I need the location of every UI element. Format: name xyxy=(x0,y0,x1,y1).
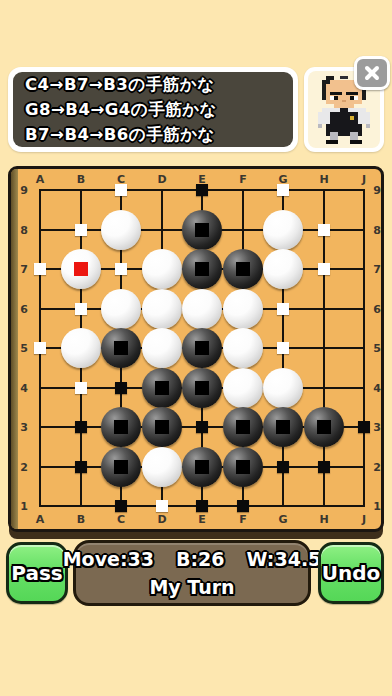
column-label-B: B xyxy=(77,174,85,185)
white-stone xyxy=(142,447,182,487)
black-stone-mark xyxy=(114,420,128,434)
row-label-8: 8 xyxy=(20,225,28,236)
column-label-F: F xyxy=(239,174,247,185)
black-stone-mark xyxy=(195,262,209,276)
column-label-C: C xyxy=(117,174,125,185)
white-stone xyxy=(101,210,141,250)
black-stone-mark xyxy=(236,262,250,276)
hint-line-2: G8→B4→G4の手筋かな xyxy=(25,97,293,122)
column-label-G: G xyxy=(278,514,287,525)
column-label-E: E xyxy=(198,514,206,525)
black-score: B:26 xyxy=(176,546,225,573)
close-button[interactable] xyxy=(354,56,390,90)
white-territory-mark xyxy=(75,303,87,315)
column-label-A: A xyxy=(36,514,45,525)
row-label-4: 4 xyxy=(20,383,28,394)
last-move-mark xyxy=(74,262,88,276)
column-label-J: J xyxy=(362,514,366,525)
white-territory-mark xyxy=(34,263,46,275)
black-stone-mark xyxy=(236,460,250,474)
white-territory-mark xyxy=(156,500,168,512)
row-label-5: 5 xyxy=(373,343,381,354)
black-territory-mark xyxy=(196,421,208,433)
white-stone xyxy=(61,328,101,368)
hint-line-3: B7→B4→B6の手筋かな xyxy=(25,122,293,147)
column-label-D: D xyxy=(157,174,166,185)
white-territory-mark xyxy=(115,263,127,275)
black-territory-mark xyxy=(318,461,330,473)
white-territory-mark xyxy=(318,263,330,275)
black-territory-mark xyxy=(115,500,127,512)
black-territory-mark xyxy=(277,461,289,473)
pass-button-label: Pass xyxy=(11,561,62,585)
row-label-7: 7 xyxy=(373,264,381,275)
black-stone-mark xyxy=(114,341,128,355)
move-counter: Move:33 xyxy=(63,546,154,573)
black-territory-mark xyxy=(115,382,127,394)
column-label-D: D xyxy=(157,514,166,525)
row-label-4: 4 xyxy=(373,383,381,394)
white-territory-mark xyxy=(277,342,289,354)
white-stone xyxy=(142,328,182,368)
grid-line-v xyxy=(363,189,365,507)
white-stone xyxy=(142,289,182,329)
white-stone xyxy=(263,368,303,408)
white-territory-mark xyxy=(277,303,289,315)
white-territory-mark xyxy=(34,342,46,354)
white-territory-mark xyxy=(115,184,127,196)
row-label-7: 7 xyxy=(20,264,28,275)
row-label-2: 2 xyxy=(373,462,381,473)
white-stone xyxy=(223,328,263,368)
black-stone-mark xyxy=(236,420,250,434)
white-score: W:34.5 xyxy=(246,546,321,573)
white-stone xyxy=(263,249,303,289)
board-left-edge xyxy=(11,169,18,529)
column-label-H: H xyxy=(319,174,328,185)
column-label-H: H xyxy=(319,514,328,525)
hint-speech-bubble: C4→B7→B3の手筋かな G8→B4→G4の手筋かな B7→B4→B6の手筋か… xyxy=(8,67,298,152)
white-stone xyxy=(142,249,182,289)
white-stone xyxy=(182,289,222,329)
white-territory-mark xyxy=(318,224,330,236)
row-label-6: 6 xyxy=(20,304,28,315)
row-label-1: 1 xyxy=(20,501,28,512)
black-stone-mark xyxy=(276,420,290,434)
column-label-G: G xyxy=(278,174,287,185)
white-stone xyxy=(223,368,263,408)
close-icon xyxy=(364,65,380,81)
black-stone-mark xyxy=(195,381,209,395)
row-label-3: 3 xyxy=(20,422,28,433)
column-label-F: F xyxy=(239,514,247,525)
turn-indicator: My Turn xyxy=(149,574,234,601)
undo-button[interactable]: Undo xyxy=(318,542,384,604)
pass-button[interactable]: Pass xyxy=(6,542,68,604)
white-territory-mark xyxy=(277,184,289,196)
hint-line-1: C4→B7→B3の手筋かな xyxy=(25,72,293,97)
black-stone-mark xyxy=(155,420,169,434)
black-territory-mark xyxy=(196,500,208,512)
column-label-E: E xyxy=(198,174,206,185)
row-label-8: 8 xyxy=(373,225,381,236)
black-stone-mark xyxy=(114,460,128,474)
black-stone-mark xyxy=(195,341,209,355)
black-territory-mark xyxy=(237,500,249,512)
black-stone-mark xyxy=(195,460,209,474)
column-label-C: C xyxy=(117,514,125,525)
grid-line-v xyxy=(323,189,325,507)
go-board[interactable]: AABBCCDDEEFFGGHHJJ998877665544332211 xyxy=(8,166,384,532)
black-territory-mark xyxy=(358,421,370,433)
black-territory-mark xyxy=(196,184,208,196)
status-panel: Move:33 B:26 W:34.5 My Turn xyxy=(73,540,311,606)
hint-panel: C4→B7→B3の手筋かな G8→B4→G4の手筋かな B7→B4→B6の手筋か… xyxy=(13,72,293,147)
white-stone xyxy=(101,289,141,329)
white-stone xyxy=(223,289,263,329)
row-label-1: 1 xyxy=(373,501,381,512)
white-territory-mark xyxy=(75,382,87,394)
column-label-A: A xyxy=(36,174,45,185)
score-row: Move:33 B:26 W:34.5 xyxy=(63,546,322,573)
black-stone-mark xyxy=(317,420,331,434)
black-stone-mark xyxy=(155,381,169,395)
column-label-J: J xyxy=(362,174,366,185)
white-stone xyxy=(263,210,303,250)
row-label-9: 9 xyxy=(20,185,28,196)
row-label-9: 9 xyxy=(373,185,381,196)
black-stone-mark xyxy=(195,223,209,237)
row-label-2: 2 xyxy=(20,462,28,473)
row-label-5: 5 xyxy=(20,343,28,354)
column-label-B: B xyxy=(77,514,85,525)
black-territory-mark xyxy=(75,461,87,473)
app-screen: C4→B7→B3の手筋かな G8→B4→G4の手筋かな B7→B4→B6の手筋か… xyxy=(0,0,392,696)
row-label-6: 6 xyxy=(373,304,381,315)
row-label-3: 3 xyxy=(373,422,381,433)
black-territory-mark xyxy=(75,421,87,433)
undo-button-label: Undo xyxy=(322,561,381,585)
white-territory-mark xyxy=(75,224,87,236)
